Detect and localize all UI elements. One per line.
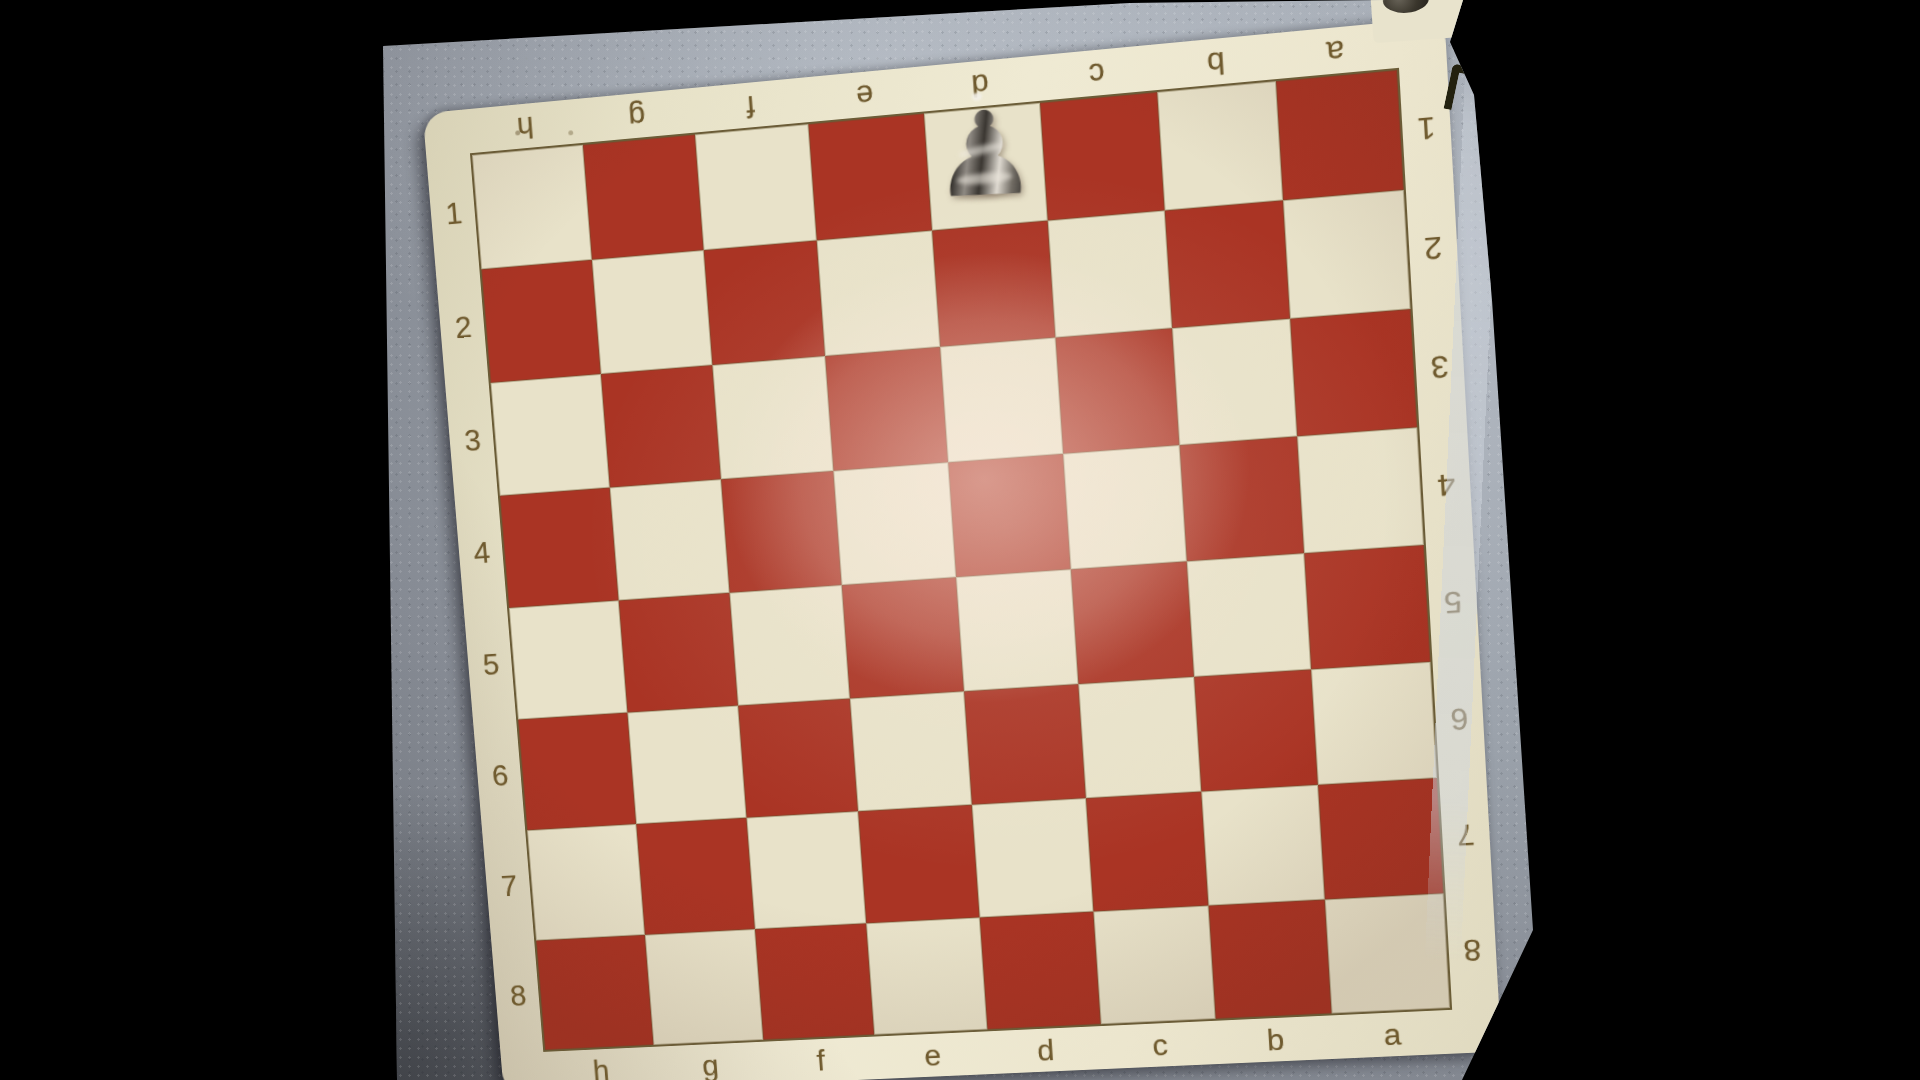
square-d7[interactable] — [971, 798, 1093, 917]
specular-highlight — [971, 92, 982, 101]
square-g3[interactable] — [601, 365, 721, 488]
file-label-top-g: g — [607, 93, 668, 139]
square-b1[interactable] — [1157, 81, 1283, 210]
square-e3[interactable] — [825, 346, 947, 470]
square-g8[interactable] — [645, 929, 764, 1045]
square-d6[interactable] — [963, 684, 1085, 805]
square-d2[interactable] — [931, 220, 1055, 346]
square-g6[interactable] — [627, 705, 746, 823]
file-label-bottom-g: g — [681, 1046, 741, 1080]
clip-hook — [1444, 63, 1483, 114]
square-a3[interactable] — [1290, 309, 1416, 436]
square-e1[interactable] — [808, 113, 931, 240]
square-c5[interactable] — [1070, 561, 1194, 684]
square-e8[interactable] — [866, 917, 987, 1034]
square-h2[interactable] — [481, 259, 601, 382]
square-b5[interactable] — [1187, 553, 1312, 677]
square-f2[interactable] — [704, 240, 826, 365]
square-a2[interactable] — [1283, 189, 1410, 318]
dark-corner-object — [1495, 1012, 1549, 1080]
tape-tab — [1370, 0, 1465, 43]
square-c1[interactable] — [1040, 92, 1165, 221]
square-d5[interactable] — [956, 569, 1079, 691]
square-h5[interactable] — [508, 600, 627, 719]
square-h4[interactable] — [499, 487, 618, 607]
table-photo: ♟ hh11gg22ff33ee44dd55cc66bb77aa88 — [0, 0, 1920, 1080]
square-f4[interactable] — [721, 470, 842, 592]
file-label-bottom-h: h — [572, 1051, 631, 1080]
square-a6[interactable] — [1311, 661, 1436, 784]
square-b3[interactable] — [1172, 318, 1297, 444]
chessboard: ♟ hh11gg22ff33ee44dd55cc66bb77aa88 — [423, 17, 1502, 1080]
square-h8[interactable] — [536, 934, 654, 1049]
rank-label-left-7: 7 — [487, 866, 531, 907]
square-e2[interactable] — [817, 230, 940, 355]
rank-label-left-2: 2 — [441, 306, 486, 349]
rank-label-left-6: 6 — [478, 756, 522, 797]
square-c4[interactable] — [1063, 445, 1187, 569]
square-d8[interactable] — [979, 911, 1100, 1029]
file-label-top-a: a — [1303, 28, 1368, 76]
square-h6[interactable] — [518, 712, 636, 830]
rank-label-left-1: 1 — [431, 192, 476, 236]
square-f5[interactable] — [729, 585, 850, 706]
square-h3[interactable] — [490, 374, 609, 496]
file-label-bottom-d: d — [1015, 1030, 1076, 1072]
square-h7[interactable] — [527, 824, 645, 940]
file-label-top-e: e — [834, 72, 896, 119]
square-a1[interactable] — [1276, 70, 1403, 200]
piece-black-pawn-d1[interactable]: ♟ — [922, 57, 1044, 216]
file-label-top-h: h — [495, 104, 556, 150]
file-label-top-c: c — [1066, 50, 1129, 97]
square-f1[interactable] — [695, 124, 817, 250]
file-label-top-f: f — [720, 83, 782, 129]
square-g7[interactable] — [636, 817, 755, 934]
square-c8[interactable] — [1093, 905, 1215, 1024]
rank-label-right-2: 2 — [1406, 224, 1460, 270]
file-label-bottom-c: c — [1129, 1025, 1191, 1067]
small-clip — [1510, 979, 1532, 1006]
square-b4[interactable] — [1179, 436, 1304, 561]
file-label-bottom-f: f — [791, 1041, 851, 1080]
square-a5[interactable] — [1304, 545, 1430, 669]
square-f3[interactable] — [712, 356, 833, 479]
square-d3[interactable] — [940, 337, 1063, 462]
file-label-top-b: b — [1184, 39, 1248, 86]
square-b2[interactable] — [1165, 200, 1291, 328]
rank-label-left-3: 3 — [450, 420, 495, 463]
square-e7[interactable] — [858, 804, 979, 923]
square-a7[interactable] — [1318, 778, 1443, 900]
square-e6[interactable] — [850, 691, 971, 811]
rank-label-left-4: 4 — [460, 532, 505, 574]
rank-label-left-5: 5 — [469, 644, 513, 686]
rank-label-right-1: 1 — [1399, 104, 1453, 151]
square-c6[interactable] — [1078, 676, 1201, 797]
square-b8[interactable] — [1208, 899, 1331, 1018]
file-label-bottom-e: e — [902, 1035, 963, 1077]
square-c2[interactable] — [1047, 210, 1172, 337]
square-c7[interactable] — [1086, 791, 1209, 911]
square-f8[interactable] — [755, 923, 875, 1040]
file-label-bottom-a: a — [1361, 1014, 1424, 1057]
square-g4[interactable] — [609, 479, 729, 600]
square-g2[interactable] — [592, 250, 713, 374]
square-f6[interactable] — [738, 698, 858, 817]
metal-knob — [1382, 0, 1430, 14]
clip-highlight-dot — [1514, 983, 1522, 991]
square-b6[interactable] — [1194, 669, 1318, 791]
square-e5[interactable] — [842, 577, 964, 698]
square-d4[interactable] — [948, 453, 1071, 576]
square-b7[interactable] — [1201, 784, 1325, 905]
square-c3[interactable] — [1055, 328, 1179, 454]
square-g1[interactable] — [583, 134, 704, 259]
board-grid: ♟ — [469, 67, 1451, 1051]
square-g5[interactable] — [618, 592, 738, 712]
square-e4[interactable] — [834, 462, 956, 585]
square-h1[interactable] — [471, 144, 591, 268]
rank-label-left-8: 8 — [496, 976, 540, 1016]
square-f7[interactable] — [746, 811, 866, 929]
dust-specks — [423, 113, 426, 116]
file-label-bottom-b: b — [1244, 1019, 1306, 1061]
square-a4[interactable] — [1297, 427, 1423, 553]
